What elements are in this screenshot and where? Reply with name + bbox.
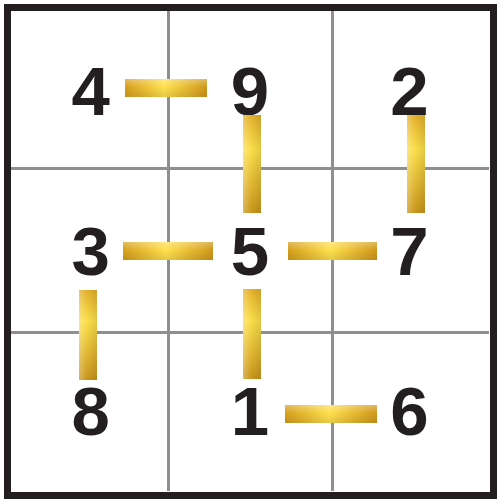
connector-9-5 — [243, 115, 261, 213]
cell-value: 4 — [71, 57, 109, 126]
cell-value: 5 — [231, 217, 269, 286]
connector-3-5 — [123, 242, 213, 260]
cell-value: 8 — [71, 377, 109, 446]
connector-2-7 — [407, 115, 425, 213]
connector-5-7 — [288, 242, 377, 260]
connector-3-8 — [79, 290, 97, 380]
connector-5-1 — [243, 289, 261, 379]
cell-value: 7 — [390, 217, 428, 286]
cell-value: 6 — [390, 377, 428, 446]
cell-grid: 4 9 2 3 5 7 8 1 6 — [11, 11, 489, 491]
connector-4-9 — [125, 79, 207, 97]
magic-square-board: 4 9 2 3 5 7 8 1 6 — [0, 0, 500, 502]
connector-1-6 — [285, 405, 377, 423]
cell-value: 1 — [231, 377, 269, 446]
cell-value: 3 — [71, 217, 109, 286]
